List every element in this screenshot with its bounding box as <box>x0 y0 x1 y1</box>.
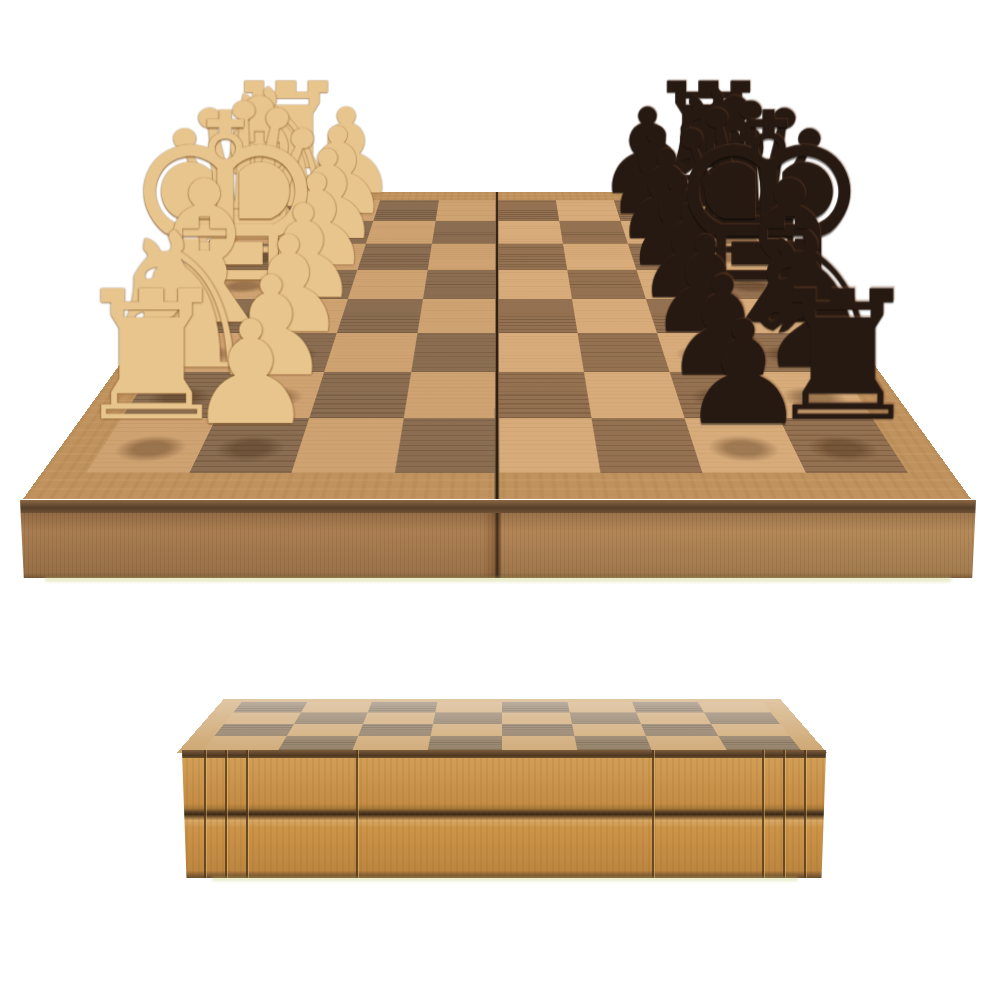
piece-black-rook: ♜ <box>762 267 922 446</box>
box-groove <box>356 750 358 878</box>
box-groove <box>652 750 654 878</box>
box-groove <box>246 750 248 878</box>
box-square <box>502 712 572 724</box>
box-square <box>636 712 710 724</box>
square-e4 <box>417 299 497 333</box>
box-front-face <box>180 750 828 878</box>
square-e5 <box>497 299 577 333</box>
square-g5 <box>497 372 591 418</box>
box-square <box>502 724 574 736</box>
square-h2: ♟ <box>189 418 309 473</box>
square-g4 <box>403 372 497 418</box>
box-square <box>502 736 577 749</box>
square-d4 <box>423 270 498 299</box>
box-square <box>641 724 718 736</box>
square-b4 <box>431 221 497 244</box>
box-square <box>574 736 651 749</box>
box-ground-shadow <box>212 877 798 881</box>
box-square <box>718 736 801 749</box>
square-c5 <box>497 244 567 270</box>
box-square <box>569 712 641 724</box>
box-square <box>572 724 646 736</box>
box-square <box>363 712 435 724</box>
piece-white-pawn: ♟ <box>186 303 314 446</box>
box-square <box>233 702 307 713</box>
box-square <box>427 736 502 749</box>
box-square <box>214 724 293 736</box>
box-square <box>286 724 363 736</box>
box-square <box>433 712 503 724</box>
box-square <box>278 736 358 749</box>
product-photo: ♜♟♟♜♞♟♟♞♝♟♟♝♛♟♟♛♚♟♟♚♝♟♟♝♞♟♟♞♜♟♟♜ <box>0 0 1000 1000</box>
box-square <box>646 736 726 749</box>
box-square <box>567 702 636 713</box>
box-front-bevel <box>180 750 828 758</box>
box-square <box>368 702 437 713</box>
box-square <box>435 702 502 713</box>
board-ground-shadow <box>45 577 951 582</box>
box-top-border <box>177 699 828 753</box>
box-front-wood <box>180 758 828 878</box>
board-front-face <box>20 513 976 578</box>
box-square <box>353 736 430 749</box>
box-square <box>203 736 286 749</box>
square-f4 <box>411 333 497 372</box>
box-square <box>358 724 432 736</box>
box-square <box>294 712 368 724</box>
square-f5 <box>497 333 583 372</box>
square-h4 <box>394 418 497 473</box>
box-checker-grid <box>203 702 800 750</box>
board-front-bevel <box>20 500 976 513</box>
box-square <box>697 702 771 713</box>
square-d5 <box>497 270 572 299</box>
square-h8: ♜ <box>779 418 908 473</box>
square-c4 <box>427 244 497 270</box>
box-square <box>300 702 372 713</box>
board-front-edge <box>20 500 976 578</box>
box-square <box>632 702 704 713</box>
box-groove <box>225 750 227 878</box>
box-top-surface <box>177 699 828 753</box>
box-square <box>224 712 300 724</box>
board-top-surface: ♜♟♟♜♞♟♟♞♝♟♟♝♛♟♟♛♚♟♟♚♝♟♟♝♞♟♟♞♜♟♟♜ <box>23 192 972 499</box>
box-square <box>502 702 569 713</box>
box-square <box>711 724 790 736</box>
square-h5 <box>497 418 600 473</box>
square-a5 <box>497 200 559 220</box>
square-a4 <box>435 200 497 220</box>
square-b5 <box>497 221 563 244</box>
box-groove <box>762 750 764 878</box>
box-groove <box>783 750 785 878</box>
box-groove <box>804 750 806 878</box>
box-square <box>704 712 780 724</box>
box-groove <box>204 750 206 878</box>
box-square <box>430 724 502 736</box>
